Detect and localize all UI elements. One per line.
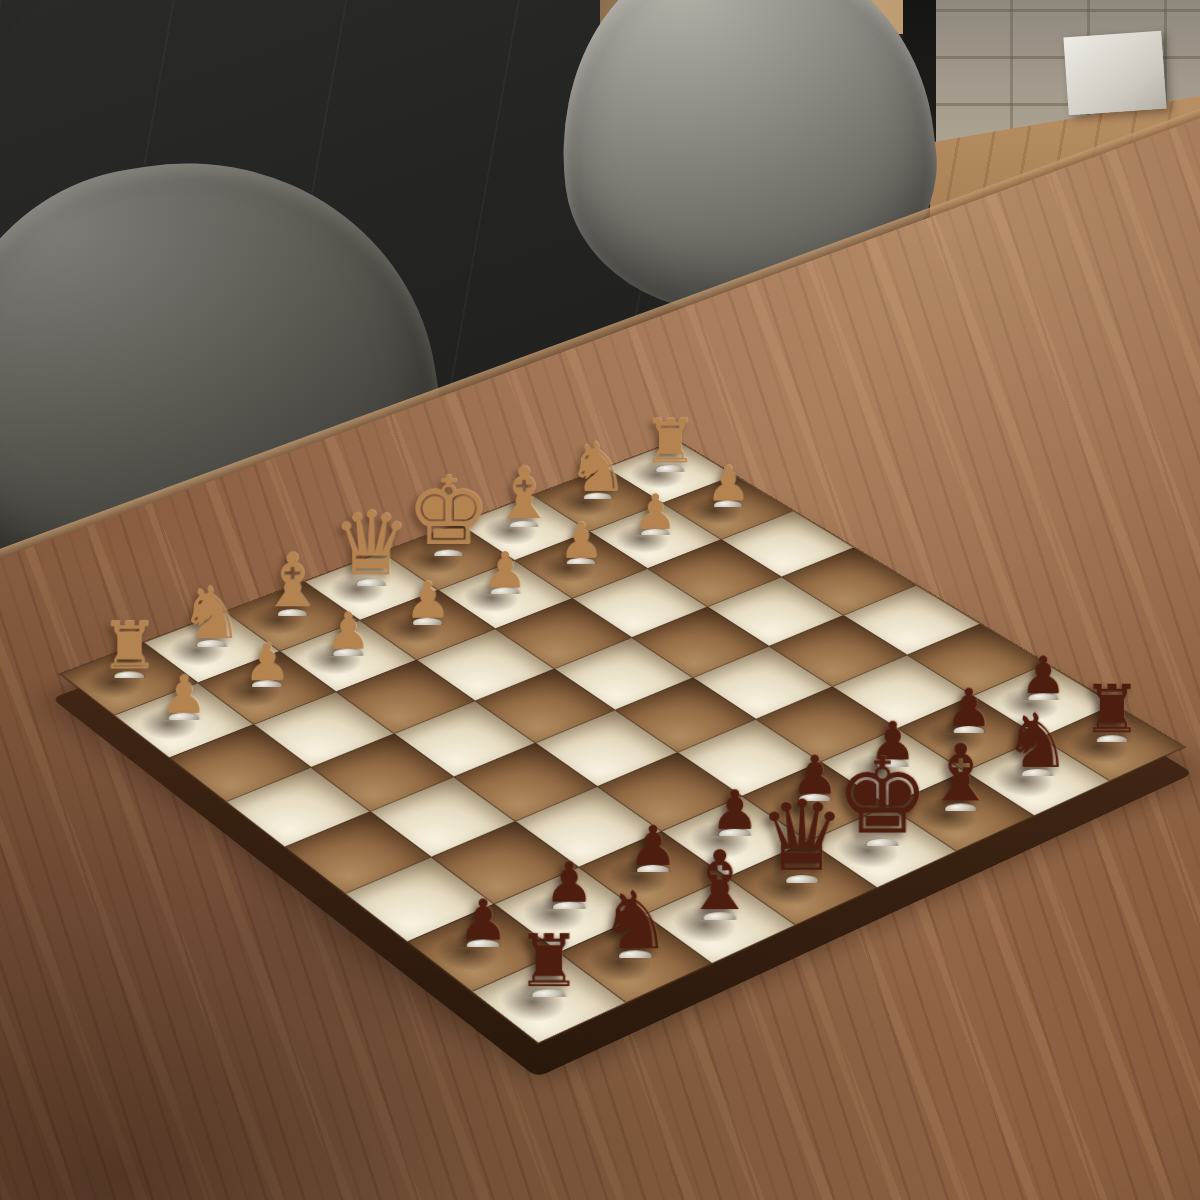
black-rook[interactable]: ♜ xyxy=(466,821,631,997)
metal-base-icon xyxy=(532,989,565,1001)
photo-scene: { "game": "chess", "position": "rnbqkbnr… xyxy=(0,0,1200,1200)
white-pawn[interactable]: ♟ xyxy=(109,559,260,720)
board-perspective-scene: ♜♟♟♜♞♟♟♞♝♟♟♝♚♟♟♚♛♟♟♛♝♟♟♝♞♟♟♞♜♟♟♜ xyxy=(0,0,1200,1200)
piece-glyph: ♜ xyxy=(516,928,581,997)
board-tilt: ♜♟♟♜♞♟♟♞♝♟♟♝♚♟♟♚♛♟♟♛♝♟♟♝♞♟♟♞♜♟♟♜ xyxy=(61,441,1184,1043)
board: ♜♟♟♜♞♟♟♞♝♟♟♝♚♟♟♚♛♟♟♛♝♟♟♝♞♟♟♞♜♟♟♜ xyxy=(61,441,1184,1043)
